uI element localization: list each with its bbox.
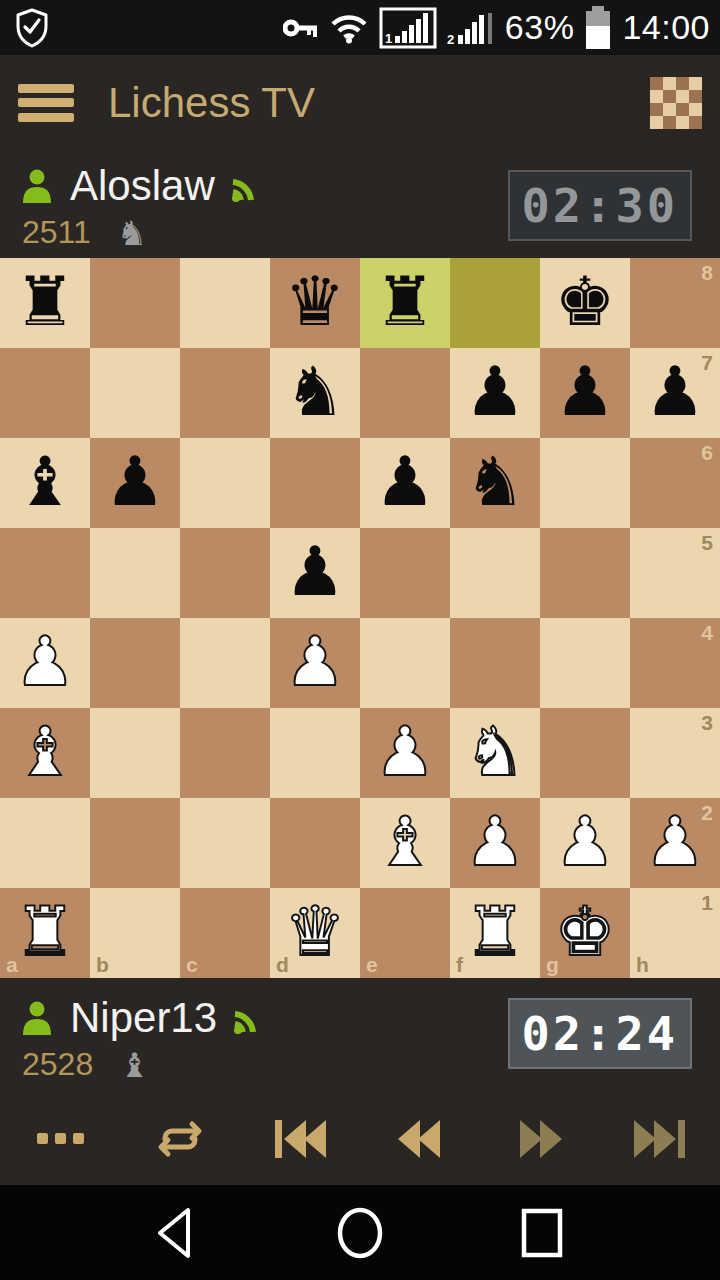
square-f6: ♞ [450, 438, 540, 528]
square-d4: ♟ [270, 618, 360, 708]
rank-label-1: 1 [701, 892, 713, 913]
black-rook-a8: ♜ [0, 258, 90, 348]
bottom-player-clock: 02:24 [508, 998, 692, 1069]
white-bishop-e2: ♝ [360, 798, 450, 888]
black-king-g8: ♚ [540, 258, 630, 348]
rank-label-7: 7 [701, 352, 713, 373]
square-d7: ♞ [270, 348, 360, 438]
square-c8 [180, 258, 270, 348]
rank-label-5: 5 [701, 532, 713, 553]
rewind-icon [395, 1116, 445, 1162]
square-b8 [90, 258, 180, 348]
square-h7: ♟7 [630, 348, 720, 438]
square-d5: ♟ [270, 528, 360, 618]
black-bishop-a6: ♝ [0, 438, 90, 528]
square-h8: 8 [630, 258, 720, 348]
square-f1: ♜f [450, 888, 540, 978]
square-e5 [360, 528, 450, 618]
rank-label-6: 6 [701, 442, 713, 463]
square-e1: e [360, 888, 450, 978]
square-d2 [270, 798, 360, 888]
user-icon [18, 167, 56, 205]
next-move-button[interactable] [480, 1092, 600, 1185]
square-a8: ♜ [0, 258, 90, 348]
more-dots-icon [37, 1133, 84, 1144]
square-g5 [540, 528, 630, 618]
back-button[interactable] [150, 1204, 206, 1262]
top-player-name: Aloslaw [70, 162, 215, 210]
square-b1: b [90, 888, 180, 978]
square-a7 [0, 348, 90, 438]
square-c3 [180, 708, 270, 798]
square-c6 [180, 438, 270, 528]
square-h3: 3 [630, 708, 720, 798]
square-b3 [90, 708, 180, 798]
square-f7: ♟ [450, 348, 540, 438]
square-b7 [90, 348, 180, 438]
key-icon [283, 15, 319, 41]
square-b5 [90, 528, 180, 618]
android-nav-bar [0, 1185, 720, 1280]
square-h5: 5 [630, 528, 720, 618]
rank-label-2: 2 [701, 802, 713, 823]
white-pawn-a4: ♟ [0, 618, 90, 708]
square-g3 [540, 708, 630, 798]
sync-icon [156, 1115, 204, 1163]
forward-icon [515, 1116, 565, 1162]
square-g4 [540, 618, 630, 708]
flip-sync-button[interactable] [120, 1092, 240, 1185]
broadcast-icon [231, 1000, 267, 1036]
white-pawn-g2: ♟ [540, 798, 630, 888]
square-h4: 4 [630, 618, 720, 708]
file-label-d: d [276, 954, 289, 975]
broadcast-icon [229, 168, 265, 204]
square-a6: ♝ [0, 438, 90, 528]
rank-label-8: 8 [701, 262, 713, 283]
clock-time: 14:00 [622, 8, 710, 47]
skip-first-icon [272, 1116, 328, 1162]
square-h1: 1h [630, 888, 720, 978]
recents-square-icon [514, 1204, 570, 1262]
square-e2: ♝ [360, 798, 450, 888]
square-g2: ♟ [540, 798, 630, 888]
black-pawn-e6: ♟ [360, 438, 450, 528]
square-d6 [270, 438, 360, 528]
board-theme-icon[interactable] [650, 77, 702, 129]
home-circle-icon [332, 1204, 388, 1262]
page-title: Lichess TV [108, 79, 315, 127]
square-c2 [180, 798, 270, 888]
first-move-button[interactable] [240, 1092, 360, 1185]
battery-icon [583, 5, 613, 51]
file-label-h: h [636, 954, 649, 975]
signal-sim1-icon: 1 [379, 7, 437, 49]
square-d3 [270, 708, 360, 798]
black-knight-f6: ♞ [450, 438, 540, 528]
square-h2: ♟2 [630, 798, 720, 888]
square-b6: ♟ [90, 438, 180, 528]
back-triangle-icon [150, 1204, 206, 1262]
black-rook-e8: ♜ [360, 258, 450, 348]
white-knight-f3: ♞ [450, 708, 540, 798]
control-bar [0, 1092, 720, 1185]
square-a4: ♟ [0, 618, 90, 708]
square-g1: ♚g [540, 888, 630, 978]
top-player-bar: Aloslaw 2511 ♞ 02:30 [0, 150, 720, 258]
bottom-player-name: Niper13 [70, 994, 217, 1042]
square-d1: ♛d [270, 888, 360, 978]
square-f3: ♞ [450, 708, 540, 798]
file-label-e: e [366, 954, 378, 975]
sim1-label: 1 [385, 31, 392, 46]
square-h6: 6 [630, 438, 720, 528]
recents-button[interactable] [514, 1204, 570, 1262]
white-pawn-e3: ♟ [360, 708, 450, 798]
black-queen-d8: ♛ [270, 258, 360, 348]
file-label-c: c [186, 954, 198, 975]
square-b4 [90, 618, 180, 708]
bishop-mini-icon: ♝ [119, 1048, 149, 1082]
square-b2 [90, 798, 180, 888]
square-c5 [180, 528, 270, 618]
square-g8: ♚ [540, 258, 630, 348]
home-button[interactable] [332, 1204, 388, 1262]
rank-label-3: 3 [701, 712, 713, 733]
top-player-rating: 2511 [22, 214, 91, 251]
knight-mini-icon: ♞ [117, 216, 147, 250]
more-options-button[interactable] [0, 1092, 120, 1185]
square-a3: ♝ [0, 708, 90, 798]
square-g6 [540, 438, 630, 528]
white-rook-f1: ♜ [450, 888, 540, 978]
battery-percent: 63% [505, 8, 575, 47]
square-c7 [180, 348, 270, 438]
square-e6: ♟ [360, 438, 450, 528]
skip-last-icon [632, 1116, 688, 1162]
bottom-player-bar: Niper13 2528 ♝ 02:24 [0, 978, 720, 1092]
square-f5 [450, 528, 540, 618]
wifi-icon [328, 12, 370, 44]
black-pawn-g7: ♟ [540, 348, 630, 438]
square-f8 [450, 258, 540, 348]
black-pawn-f7: ♟ [450, 348, 540, 438]
menu-icon[interactable] [18, 81, 74, 125]
square-f4 [450, 618, 540, 708]
bottom-player-rating: 2528 [22, 1046, 93, 1083]
top-player-clock: 02:30 [508, 170, 692, 241]
square-d8: ♛ [270, 258, 360, 348]
signal-sim2-icon: 2 [446, 7, 496, 49]
file-label-b: b [96, 954, 109, 975]
status-bar: 1 2 63% 14:00 [0, 0, 720, 55]
file-label-g: g [546, 954, 559, 975]
chess-board: ♜♛♜♚8♞♟♟♟7♝♟♟♞6♟5♟♟4♝♟♞3♝♟♟♟2♜abc♛de♜f♚g… [0, 258, 720, 978]
last-move-button[interactable] [600, 1092, 720, 1185]
square-e7 [360, 348, 450, 438]
white-pawn-f2: ♟ [450, 798, 540, 888]
square-e8: ♜ [360, 258, 450, 348]
black-knight-d7: ♞ [270, 348, 360, 438]
file-label-f: f [456, 954, 463, 975]
white-bishop-a3: ♝ [0, 708, 90, 798]
black-pawn-b6: ♟ [90, 438, 180, 528]
square-e3: ♟ [360, 708, 450, 798]
rank-label-4: 4 [701, 622, 713, 643]
black-pawn-d5: ♟ [270, 528, 360, 618]
user-icon [18, 999, 56, 1037]
sim2-label: 2 [447, 32, 454, 47]
square-a2 [0, 798, 90, 888]
square-c4 [180, 618, 270, 708]
square-c1: c [180, 888, 270, 978]
square-e4 [360, 618, 450, 708]
shield-check-icon [12, 7, 52, 49]
square-a5 [0, 528, 90, 618]
file-label-a: a [6, 954, 18, 975]
previous-move-button[interactable] [360, 1092, 480, 1185]
square-g7: ♟ [540, 348, 630, 438]
app-header: Lichess TV [0, 55, 720, 150]
white-pawn-d4: ♟ [270, 618, 360, 708]
square-a1: ♜a [0, 888, 90, 978]
square-f2: ♟ [450, 798, 540, 888]
